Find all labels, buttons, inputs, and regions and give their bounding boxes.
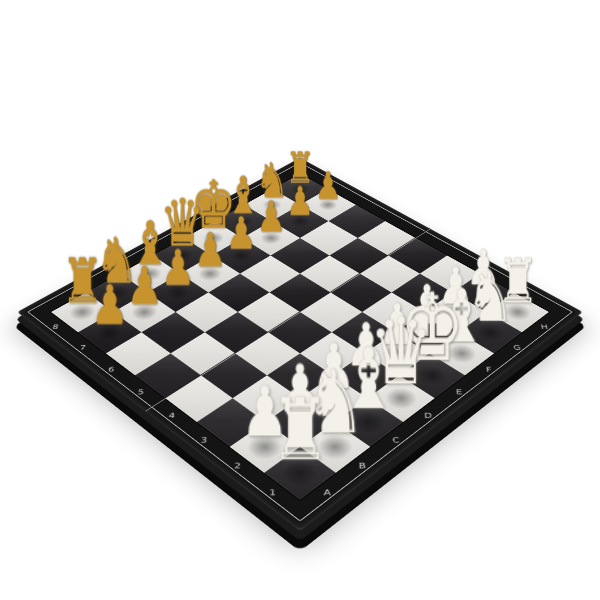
product-photo-scene: 12345678ABCDEFGH ♜♞♝♛♚♝♞♜♟♟♟♟♟♟♟♟♟♟♟♟♟♟♟…	[0, 0, 600, 600]
board-frame: 12345678ABCDEFGH ♜♞♝♛♚♝♞♜♟♟♟♟♟♟♟♟♟♟♟♟♟♟♟…	[17, 158, 583, 531]
white-rook-glyph: ♜	[246, 387, 353, 473]
chess-board: 12345678ABCDEFGH ♜♞♝♛♚♝♞♜♟♟♟♟♟♟♟♟♟♟♟♟♟♟♟…	[17, 158, 583, 531]
gold-pawn-glyph: ♟	[70, 279, 150, 333]
pieces-layer: ♜♞♝♛♚♝♞♜♟♟♟♟♟♟♟♟♟♟♟♟♟♟♟♟♜♞♝♛♚♝♞♜	[17, 158, 583, 531]
